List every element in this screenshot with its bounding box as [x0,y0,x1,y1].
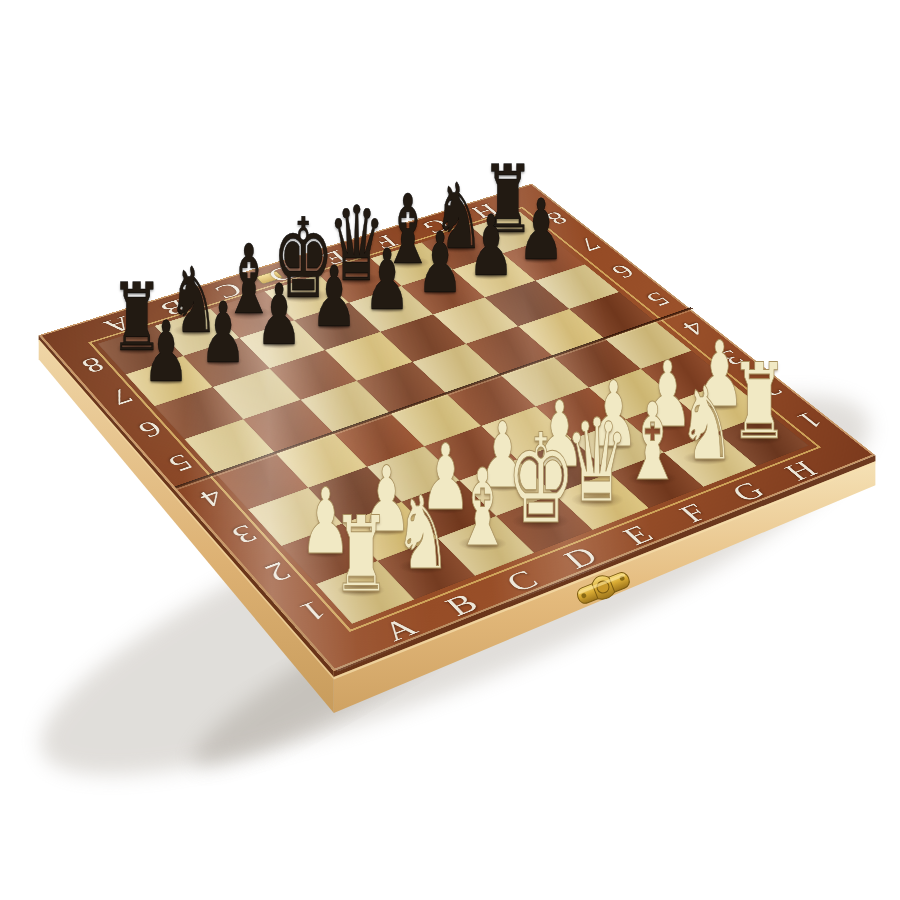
product-photo-scene: { "game": "chess", "scene": { "type": "p… [0,0,900,900]
file-label-near-f: F [671,498,714,528]
file-label-far-f: F [368,231,403,253]
